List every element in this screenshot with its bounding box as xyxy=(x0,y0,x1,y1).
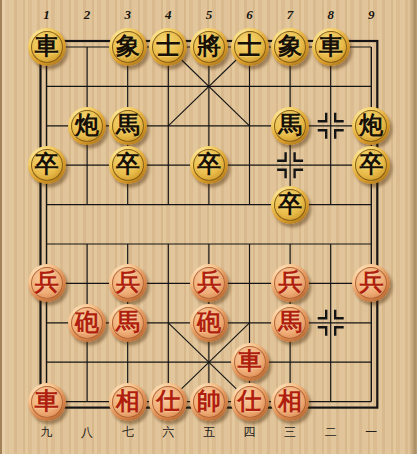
piece-glyph: 士 xyxy=(238,34,262,58)
piece-glyph: 卒 xyxy=(116,152,140,176)
piece-black-cannon[interactable]: 炮 xyxy=(68,107,106,145)
piece-glyph: 相 xyxy=(278,389,302,413)
file-label-bottom: 七 xyxy=(117,424,139,439)
point-marker xyxy=(277,170,286,179)
piece-glyph: 卒 xyxy=(278,192,302,216)
piece-face: 砲 xyxy=(71,307,103,339)
file-label-top: 1 xyxy=(37,7,57,23)
piece-red-cannon[interactable]: 砲 xyxy=(68,304,106,342)
piece-red-horse[interactable]: 馬 xyxy=(271,304,309,342)
piece-glyph: 卒 xyxy=(359,152,383,176)
piece-glyph: 仕 xyxy=(238,389,262,413)
piece-glyph: 馬 xyxy=(116,113,140,137)
file-label-top: 7 xyxy=(280,7,300,23)
piece-red-advisor[interactable]: 仕 xyxy=(231,383,269,421)
piece-face: 馬 xyxy=(274,307,306,339)
piece-red-soldier[interactable]: 兵 xyxy=(109,264,147,302)
piece-face: 車 xyxy=(31,31,63,63)
piece-face: 仕 xyxy=(234,386,266,418)
point-marker xyxy=(318,130,327,139)
piece-face: 馬 xyxy=(112,307,144,339)
piece-glyph: 車 xyxy=(35,34,59,58)
piece-face: 兵 xyxy=(355,267,387,299)
file-label-top: 6 xyxy=(240,7,260,23)
piece-black-soldier[interactable]: 卒 xyxy=(28,146,66,184)
piece-black-horse[interactable]: 馬 xyxy=(109,107,147,145)
piece-black-chariot[interactable]: 車 xyxy=(312,28,350,66)
piece-black-advisor[interactable]: 士 xyxy=(231,28,269,66)
piece-glyph: 砲 xyxy=(75,310,99,334)
piece-face: 馬 xyxy=(274,110,306,142)
piece-face: 象 xyxy=(274,31,306,63)
piece-glyph: 將 xyxy=(197,34,221,58)
piece-glyph: 兵 xyxy=(197,270,221,294)
piece-glyph: 卒 xyxy=(197,152,221,176)
xiangqi-board[interactable]: 123456789 九八七六五四三二一 車象士將士象車炮馬馬炮卒卒卒卒卒兵兵兵兵… xyxy=(0,0,417,454)
file-label-bottom: 五 xyxy=(198,424,220,439)
piece-glyph: 車 xyxy=(238,349,262,373)
piece-glyph: 炮 xyxy=(359,113,383,137)
piece-face: 帥 xyxy=(193,386,225,418)
point-marker xyxy=(318,113,327,122)
piece-face: 象 xyxy=(112,31,144,63)
point-marker xyxy=(277,152,286,161)
file-label-bottom: 一 xyxy=(360,424,382,439)
piece-face: 仕 xyxy=(152,386,184,418)
file-label-top: 5 xyxy=(199,7,219,23)
piece-glyph: 馬 xyxy=(278,113,302,137)
piece-face: 兵 xyxy=(193,267,225,299)
piece-glyph: 兵 xyxy=(278,270,302,294)
piece-face: 砲 xyxy=(193,307,225,339)
file-label-top: 8 xyxy=(321,7,341,23)
piece-face: 相 xyxy=(274,386,306,418)
point-marker xyxy=(335,113,344,122)
point-marker xyxy=(335,327,344,336)
file-label-bottom: 九 xyxy=(36,424,58,439)
piece-face: 馬 xyxy=(112,110,144,142)
piece-glyph: 仕 xyxy=(156,389,180,413)
piece-glyph: 砲 xyxy=(197,310,221,334)
piece-face: 炮 xyxy=(71,110,103,142)
piece-face: 卒 xyxy=(274,189,306,221)
piece-black-soldier[interactable]: 卒 xyxy=(271,186,309,224)
piece-black-soldier[interactable]: 卒 xyxy=(190,146,228,184)
piece-face: 兵 xyxy=(31,267,63,299)
piece-face: 車 xyxy=(315,31,347,63)
piece-red-elephant[interactable]: 相 xyxy=(109,383,147,421)
file-label-bottom: 六 xyxy=(157,424,179,439)
point-marker xyxy=(335,310,344,319)
point-marker xyxy=(318,310,327,319)
piece-black-horse[interactable]: 馬 xyxy=(271,107,309,145)
piece-face: 相 xyxy=(112,386,144,418)
file-label-bottom: 二 xyxy=(320,424,342,439)
file-label-top: 2 xyxy=(77,7,97,23)
piece-face: 車 xyxy=(234,346,266,378)
piece-glyph: 兵 xyxy=(35,270,59,294)
piece-glyph: 帥 xyxy=(197,389,221,413)
piece-face: 士 xyxy=(234,31,266,63)
piece-black-cannon[interactable]: 炮 xyxy=(352,107,390,145)
file-label-top: 9 xyxy=(361,7,381,23)
piece-red-soldier[interactable]: 兵 xyxy=(28,264,66,302)
piece-glyph: 象 xyxy=(116,34,140,58)
piece-black-general[interactable]: 將 xyxy=(190,28,228,66)
piece-glyph: 兵 xyxy=(359,270,383,294)
piece-glyph: 車 xyxy=(319,34,343,58)
piece-face: 卒 xyxy=(193,149,225,181)
piece-glyph: 象 xyxy=(278,34,302,58)
piece-glyph: 車 xyxy=(35,389,59,413)
file-label-bottom: 三 xyxy=(279,424,301,439)
file-label-top: 3 xyxy=(118,7,138,23)
point-marker xyxy=(318,327,327,336)
piece-glyph: 兵 xyxy=(116,270,140,294)
point-marker xyxy=(335,130,344,139)
piece-red-general[interactable]: 帥 xyxy=(190,383,228,421)
piece-black-elephant[interactable]: 象 xyxy=(271,28,309,66)
piece-glyph: 相 xyxy=(116,389,140,413)
piece-face: 卒 xyxy=(112,149,144,181)
piece-red-advisor[interactable]: 仕 xyxy=(149,383,187,421)
point-marker xyxy=(295,170,304,179)
piece-black-soldier[interactable]: 卒 xyxy=(109,146,147,184)
piece-glyph: 馬 xyxy=(116,310,140,334)
piece-face: 炮 xyxy=(355,110,387,142)
piece-glyph: 士 xyxy=(156,34,180,58)
file-label-bottom: 八 xyxy=(76,424,98,439)
piece-face: 士 xyxy=(152,31,184,63)
piece-face: 兵 xyxy=(112,267,144,299)
piece-red-elephant[interactable]: 相 xyxy=(271,383,309,421)
piece-glyph: 炮 xyxy=(75,113,99,137)
file-label-bottom: 四 xyxy=(239,424,261,439)
piece-black-chariot[interactable]: 車 xyxy=(28,28,66,66)
file-label-top: 4 xyxy=(158,7,178,23)
piece-face: 車 xyxy=(31,386,63,418)
point-marker xyxy=(295,152,304,161)
piece-red-chariot[interactable]: 車 xyxy=(231,343,269,381)
piece-glyph: 卒 xyxy=(35,152,59,176)
piece-face: 卒 xyxy=(31,149,63,181)
piece-black-elephant[interactable]: 象 xyxy=(109,28,147,66)
piece-red-horse[interactable]: 馬 xyxy=(109,304,147,342)
piece-face: 將 xyxy=(193,31,225,63)
piece-glyph: 馬 xyxy=(278,310,302,334)
piece-red-chariot[interactable]: 車 xyxy=(28,383,66,421)
piece-face: 兵 xyxy=(274,267,306,299)
piece-face: 卒 xyxy=(355,149,387,181)
piece-red-cannon[interactable]: 砲 xyxy=(190,304,228,342)
